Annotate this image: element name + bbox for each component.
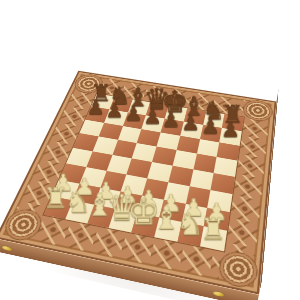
photo-stage: ♜♞♝♛♚♝♞♜♟♟♟♟♟♟♟♟♟♟♟♟♟♟♟♟♜♞♝♛♚♝♞♜: [0, 0, 300, 300]
brass-clasp-icon: [213, 291, 224, 297]
corner-rosette-icon: [1, 208, 45, 242]
chess-box: ♜♞♝♛♚♝♞♜♟♟♟♟♟♟♟♟♟♟♟♟♟♟♟♟♜♞♝♛♚♝♞♜: [0, 71, 276, 295]
scene: ♜♞♝♛♚♝♞♜♟♟♟♟♟♟♟♟♟♟♟♟♟♟♟♟♜♞♝♛♚♝♞♜: [0, 0, 300, 300]
square-h5: [214, 157, 238, 177]
brass-hinge-icon: [1, 245, 11, 251]
corner-rosette-icon: [218, 250, 257, 289]
square-h1: ♜: [200, 226, 227, 251]
